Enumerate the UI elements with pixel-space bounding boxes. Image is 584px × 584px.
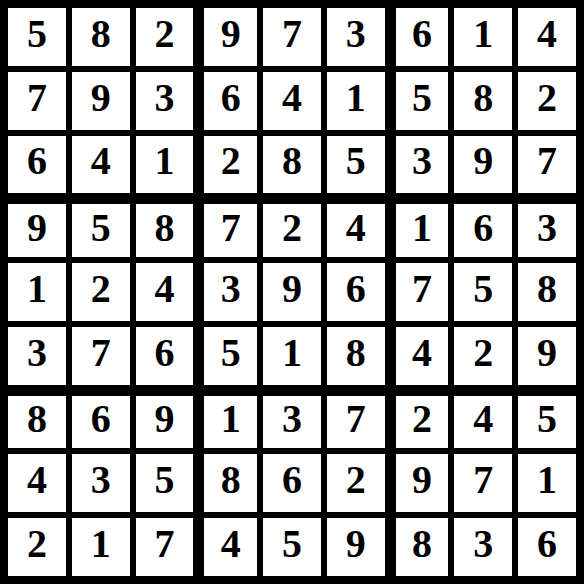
cell-r8c2[interactable]: 3 bbox=[70, 452, 132, 514]
cell-r9c2[interactable]: 1 bbox=[70, 516, 132, 578]
cell-r3c6[interactable]: 5 bbox=[325, 134, 387, 196]
cell-r8c4[interactable]: 8 bbox=[197, 452, 259, 514]
cell-r5c6[interactable]: 6 bbox=[325, 261, 387, 323]
cell-r2c6[interactable]: 1 bbox=[325, 70, 387, 132]
cell-r8c1[interactable]: 4 bbox=[6, 452, 68, 514]
cell-r9c7[interactable]: 8 bbox=[389, 516, 451, 578]
cell-r3c4[interactable]: 2 bbox=[197, 134, 259, 196]
cell-r5c3[interactable]: 4 bbox=[134, 261, 196, 323]
cell-r4c4[interactable]: 7 bbox=[197, 197, 259, 259]
cell-r3c2[interactable]: 4 bbox=[70, 134, 132, 196]
cell-r8c8[interactable]: 7 bbox=[452, 452, 514, 514]
cell-r7c8[interactable]: 4 bbox=[452, 389, 514, 451]
cell-r1c2[interactable]: 8 bbox=[70, 6, 132, 68]
cell-r6c8[interactable]: 2 bbox=[452, 325, 514, 387]
cell-r5c1[interactable]: 1 bbox=[6, 261, 68, 323]
cell-r6c9[interactable]: 9 bbox=[516, 325, 578, 387]
cell-r4c9[interactable]: 3 bbox=[516, 197, 578, 259]
cell-r2c9[interactable]: 2 bbox=[516, 70, 578, 132]
cell-r1c8[interactable]: 1 bbox=[452, 6, 514, 68]
cell-r1c4[interactable]: 9 bbox=[197, 6, 259, 68]
cell-r7c9[interactable]: 5 bbox=[516, 389, 578, 451]
cell-r6c3[interactable]: 6 bbox=[134, 325, 196, 387]
cell-r3c5[interactable]: 8 bbox=[261, 134, 323, 196]
cell-r7c5[interactable]: 3 bbox=[261, 389, 323, 451]
cell-r5c9[interactable]: 8 bbox=[516, 261, 578, 323]
cell-r2c8[interactable]: 8 bbox=[452, 70, 514, 132]
cell-r9c4[interactable]: 4 bbox=[197, 516, 259, 578]
cell-r1c9[interactable]: 4 bbox=[516, 6, 578, 68]
cell-r9c5[interactable]: 5 bbox=[261, 516, 323, 578]
cell-r5c2[interactable]: 2 bbox=[70, 261, 132, 323]
cell-r9c3[interactable]: 7 bbox=[134, 516, 196, 578]
cell-r1c1[interactable]: 5 bbox=[6, 6, 68, 68]
cell-r9c6[interactable]: 9 bbox=[325, 516, 387, 578]
cell-r6c4[interactable]: 5 bbox=[197, 325, 259, 387]
cell-r2c4[interactable]: 6 bbox=[197, 70, 259, 132]
cell-r3c1[interactable]: 6 bbox=[6, 134, 68, 196]
cell-r1c6[interactable]: 3 bbox=[325, 6, 387, 68]
cell-r2c3[interactable]: 3 bbox=[134, 70, 196, 132]
cell-r3c7[interactable]: 3 bbox=[389, 134, 451, 196]
cell-r4c7[interactable]: 1 bbox=[389, 197, 451, 259]
cell-r1c3[interactable]: 2 bbox=[134, 6, 196, 68]
cell-r8c5[interactable]: 6 bbox=[261, 452, 323, 514]
cell-r2c5[interactable]: 4 bbox=[261, 70, 323, 132]
cell-r9c1[interactable]: 2 bbox=[6, 516, 68, 578]
cell-r8c6[interactable]: 2 bbox=[325, 452, 387, 514]
cell-r7c4[interactable]: 1 bbox=[197, 389, 259, 451]
cell-r4c1[interactable]: 9 bbox=[6, 197, 68, 259]
cell-r6c1[interactable]: 3 bbox=[6, 325, 68, 387]
cell-r4c5[interactable]: 2 bbox=[261, 197, 323, 259]
cell-r2c7[interactable]: 5 bbox=[389, 70, 451, 132]
cell-r7c6[interactable]: 7 bbox=[325, 389, 387, 451]
cell-r3c9[interactable]: 7 bbox=[516, 134, 578, 196]
cell-r7c7[interactable]: 2 bbox=[389, 389, 451, 451]
cell-r6c7[interactable]: 4 bbox=[389, 325, 451, 387]
cell-r3c3[interactable]: 1 bbox=[134, 134, 196, 196]
cell-r6c2[interactable]: 7 bbox=[70, 325, 132, 387]
cell-r5c7[interactable]: 7 bbox=[389, 261, 451, 323]
cell-r4c6[interactable]: 4 bbox=[325, 197, 387, 259]
cell-r8c7[interactable]: 9 bbox=[389, 452, 451, 514]
cell-r9c8[interactable]: 3 bbox=[452, 516, 514, 578]
cell-r2c1[interactable]: 7 bbox=[6, 70, 68, 132]
cell-r7c3[interactable]: 9 bbox=[134, 389, 196, 451]
cell-r6c5[interactable]: 1 bbox=[261, 325, 323, 387]
cell-r8c3[interactable]: 5 bbox=[134, 452, 196, 514]
cell-r7c2[interactable]: 6 bbox=[70, 389, 132, 451]
cell-r1c7[interactable]: 6 bbox=[389, 6, 451, 68]
cell-r1c5[interactable]: 7 bbox=[261, 6, 323, 68]
cell-r6c6[interactable]: 8 bbox=[325, 325, 387, 387]
cell-r3c8[interactable]: 9 bbox=[452, 134, 514, 196]
cell-r4c3[interactable]: 8 bbox=[134, 197, 196, 259]
cell-r5c4[interactable]: 3 bbox=[197, 261, 259, 323]
cell-r9c9[interactable]: 6 bbox=[516, 516, 578, 578]
cell-r7c1[interactable]: 8 bbox=[6, 389, 68, 451]
cell-r5c5[interactable]: 9 bbox=[261, 261, 323, 323]
cell-r2c2[interactable]: 9 bbox=[70, 70, 132, 132]
sudoku-board: 5829736147936415826412853979587241631243… bbox=[0, 0, 584, 584]
cell-r5c8[interactable]: 5 bbox=[452, 261, 514, 323]
cell-r8c9[interactable]: 1 bbox=[516, 452, 578, 514]
cell-r4c2[interactable]: 5 bbox=[70, 197, 132, 259]
cell-r4c8[interactable]: 6 bbox=[452, 197, 514, 259]
